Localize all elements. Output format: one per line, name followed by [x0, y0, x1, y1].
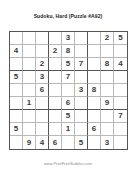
sudoku-cell-r9c3[interactable]: 4 — [36, 136, 49, 149]
sudoku-cell-r2c2[interactable] — [23, 45, 36, 58]
sudoku-cell-r3c8[interactable]: 8 — [101, 58, 114, 71]
sudoku-cell-r2c9[interactable] — [114, 45, 127, 58]
sudoku-cell-r1c8[interactable]: 2 — [101, 32, 114, 45]
sudoku-cell-r6c4[interactable] — [49, 97, 62, 110]
sudoku-cell-r2c3[interactable] — [36, 45, 49, 58]
puzzle-page: Sudoku, Hard (Puzzle #A92) 3254282578453… — [0, 0, 136, 176]
sudoku-cell-r9c4[interactable]: 6 — [49, 136, 62, 149]
sudoku-cell-r1c1[interactable] — [10, 32, 23, 45]
sudoku-cell-r3c9[interactable]: 4 — [114, 58, 127, 71]
sudoku-cell-r4c2[interactable] — [23, 71, 36, 84]
sudoku-cell-r7c9[interactable]: 7 — [114, 110, 127, 123]
sudoku-cell-r5c1[interactable] — [10, 84, 23, 97]
sudoku-cell-r9c9[interactable] — [114, 136, 127, 149]
sudoku-cell-r6c9[interactable] — [114, 97, 127, 110]
sudoku-cell-r1c3[interactable] — [36, 32, 49, 45]
sudoku-cell-r6c8[interactable]: 9 — [101, 97, 114, 110]
sudoku-cell-r9c6[interactable]: 5 — [75, 136, 88, 149]
sudoku-cell-r1c6[interactable] — [75, 32, 88, 45]
sudoku-cell-r4c4[interactable] — [49, 71, 62, 84]
sudoku-cell-r5c7[interactable]: 8 — [88, 84, 101, 97]
sudoku-cell-r2c8[interactable] — [101, 45, 114, 58]
sudoku-cell-r1c5[interactable]: 3 — [62, 32, 75, 45]
sudoku-cell-r1c4[interactable] — [49, 32, 62, 45]
sudoku-cell-r9c5[interactable] — [62, 136, 75, 149]
sudoku-cell-r4c1[interactable]: 5 — [10, 71, 23, 84]
sudoku-cell-r4c7[interactable] — [88, 71, 101, 84]
sudoku-cell-r6c5[interactable]: 6 — [62, 97, 75, 110]
sudoku-cell-r7c5[interactable]: 5 — [62, 110, 75, 123]
sudoku-cell-r7c8[interactable] — [101, 110, 114, 123]
sudoku-cell-r6c3[interactable] — [36, 97, 49, 110]
sudoku-cell-r2c7[interactable] — [88, 45, 101, 58]
sudoku-cell-r7c7[interactable] — [88, 110, 101, 123]
sudoku-cell-r4c5[interactable]: 7 — [62, 71, 75, 84]
sudoku-cell-r8c9[interactable] — [114, 123, 127, 136]
sudoku-cell-r2c5[interactable]: 8 — [62, 45, 75, 58]
sudoku-cell-r4c9[interactable] — [114, 71, 127, 84]
sudoku-cell-r6c2[interactable]: 1 — [23, 97, 36, 110]
sudoku-cell-r3c5[interactable]: 5 — [62, 58, 75, 71]
sudoku-cell-r7c1[interactable] — [10, 110, 23, 123]
sudoku-cell-r4c3[interactable]: 3 — [36, 71, 49, 84]
sudoku-cell-r4c8[interactable] — [101, 71, 114, 84]
sudoku-cell-r3c6[interactable]: 7 — [75, 58, 88, 71]
sudoku-cell-r6c1[interactable] — [10, 97, 23, 110]
sudoku-cell-r8c1[interactable]: 5 — [10, 123, 23, 136]
sudoku-cell-r9c8[interactable]: 3 — [101, 136, 114, 149]
sudoku-cell-r8c5[interactable]: 1 — [62, 123, 75, 136]
sudoku-cell-r9c1[interactable] — [10, 136, 23, 149]
sudoku-cell-r6c6[interactable] — [75, 97, 88, 110]
sudoku-cell-r7c4[interactable] — [49, 110, 62, 123]
sudoku-cell-r5c3[interactable]: 6 — [36, 84, 49, 97]
sudoku-cell-r3c4[interactable] — [49, 58, 62, 71]
sudoku-cell-r3c2[interactable] — [23, 58, 36, 71]
puzzle-title: Sudoku, Hard (Puzzle #A92) — [0, 13, 136, 19]
sudoku-cell-r3c7[interactable] — [88, 58, 101, 71]
sudoku-cell-r1c9[interactable]: 5 — [114, 32, 127, 45]
sudoku-cell-r7c2[interactable] — [23, 110, 36, 123]
sudoku-cell-r7c3[interactable] — [36, 110, 49, 123]
sudoku-cell-r8c8[interactable] — [101, 123, 114, 136]
sudoku-cell-r2c4[interactable]: 2 — [49, 45, 62, 58]
sudoku-cell-r8c4[interactable] — [49, 123, 62, 136]
sudoku-cell-r8c7[interactable]: 6 — [88, 123, 101, 136]
sudoku-cell-r5c8[interactable] — [101, 84, 114, 97]
sudoku-cell-r5c2[interactable] — [23, 84, 36, 97]
sudoku-cell-r5c5[interactable] — [62, 84, 75, 97]
sudoku-cell-r8c6[interactable] — [75, 123, 88, 136]
sudoku-cell-r8c3[interactable] — [36, 123, 49, 136]
sudoku-cell-r9c7[interactable] — [88, 136, 101, 149]
sudoku-cell-r2c1[interactable]: 4 — [10, 45, 23, 58]
sudoku-cell-r1c2[interactable] — [23, 32, 36, 45]
footer-url: www.PrintFreeSudoku.com — [0, 161, 136, 166]
sudoku-cell-r7c6[interactable] — [75, 110, 88, 123]
sudoku-cell-r5c6[interactable]: 3 — [75, 84, 88, 97]
sudoku-cell-r3c3[interactable]: 2 — [36, 58, 49, 71]
sudoku-cell-r1c7[interactable] — [88, 32, 101, 45]
sudoku-cell-r9c2[interactable]: 9 — [23, 136, 36, 149]
sudoku-cell-r5c9[interactable] — [114, 84, 127, 97]
sudoku-board: 325428257845376381695751694653 — [9, 31, 128, 150]
sudoku-cell-r8c2[interactable] — [23, 123, 36, 136]
sudoku-cell-r2c6[interactable] — [75, 45, 88, 58]
sudoku-cell-r4c6[interactable] — [75, 71, 88, 84]
sudoku-cell-r6c7[interactable] — [88, 97, 101, 110]
sudoku-cell-r3c1[interactable] — [10, 58, 23, 71]
sudoku-cell-r5c4[interactable] — [49, 84, 62, 97]
